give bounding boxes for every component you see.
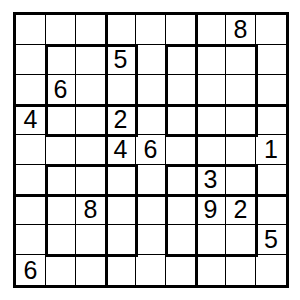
cell-r3c9[interactable]	[256, 75, 286, 105]
cell-r7c8: 2	[226, 195, 256, 225]
cell-r8c4[interactable]	[106, 225, 136, 255]
cell-r7c1[interactable]	[16, 195, 46, 225]
cell-r2c6[interactable]	[166, 45, 196, 75]
cell-r2c5[interactable]	[136, 45, 166, 75]
cell-r6c2[interactable]	[46, 165, 76, 195]
cell-r9c3[interactable]	[76, 255, 106, 285]
cell-r3c6[interactable]	[166, 75, 196, 105]
cell-r5c4: 4	[106, 135, 136, 165]
cell-r6c9[interactable]	[256, 165, 286, 195]
cell-r5c5: 6	[136, 135, 166, 165]
cell-r5c1[interactable]	[16, 135, 46, 165]
cell-r2c7[interactable]	[196, 45, 226, 75]
sudoku-board: 85642461389256	[13, 12, 289, 288]
cell-r7c7: 9	[196, 195, 226, 225]
cell-r8c9: 5	[256, 225, 286, 255]
cell-r9c7[interactable]	[196, 255, 226, 285]
cell-r2c3[interactable]	[76, 45, 106, 75]
cell-r5c2[interactable]	[46, 135, 76, 165]
cell-r7c9[interactable]	[256, 195, 286, 225]
cell-r1c6[interactable]	[166, 15, 196, 45]
cell-r7c5[interactable]	[136, 195, 166, 225]
cell-r7c2[interactable]	[46, 195, 76, 225]
cell-r7c4[interactable]	[106, 195, 136, 225]
cell-r9c4[interactable]	[106, 255, 136, 285]
cell-r5c9: 1	[256, 135, 286, 165]
cell-r2c8[interactable]	[226, 45, 256, 75]
cell-r8c3[interactable]	[76, 225, 106, 255]
cell-r2c1[interactable]	[16, 45, 46, 75]
cell-r9c5[interactable]	[136, 255, 166, 285]
cell-r2c2[interactable]	[46, 45, 76, 75]
page: 85642461389256	[0, 0, 300, 300]
cell-r3c4[interactable]	[106, 75, 136, 105]
cell-r4c2[interactable]	[46, 105, 76, 135]
cell-r3c5[interactable]	[136, 75, 166, 105]
cell-r8c2[interactable]	[46, 225, 76, 255]
cell-r3c1[interactable]	[16, 75, 46, 105]
cell-r6c6[interactable]	[166, 165, 196, 195]
cell-r4c3[interactable]	[76, 105, 106, 135]
cell-r6c1[interactable]	[16, 165, 46, 195]
cell-r5c8[interactable]	[226, 135, 256, 165]
cell-r6c8[interactable]	[226, 165, 256, 195]
cell-r4c7[interactable]	[196, 105, 226, 135]
cell-r7c3: 8	[76, 195, 106, 225]
cell-r2c9[interactable]	[256, 45, 286, 75]
cell-r6c3[interactable]	[76, 165, 106, 195]
cell-r8c6[interactable]	[166, 225, 196, 255]
cell-r4c1: 4	[16, 105, 46, 135]
cell-r4c8[interactable]	[226, 105, 256, 135]
cell-r9c8[interactable]	[226, 255, 256, 285]
cell-r8c1[interactable]	[16, 225, 46, 255]
cell-r7c6[interactable]	[166, 195, 196, 225]
cell-r1c8: 8	[226, 15, 256, 45]
cell-r6c4[interactable]	[106, 165, 136, 195]
cell-r1c5[interactable]	[136, 15, 166, 45]
cell-r1c4[interactable]	[106, 15, 136, 45]
cell-r8c5[interactable]	[136, 225, 166, 255]
cell-grid: 85642461389256	[16, 15, 286, 285]
cell-r1c1[interactable]	[16, 15, 46, 45]
cell-r3c7[interactable]	[196, 75, 226, 105]
cell-r1c3[interactable]	[76, 15, 106, 45]
cell-r5c6[interactable]	[166, 135, 196, 165]
cell-r4c5[interactable]	[136, 105, 166, 135]
cell-r9c6[interactable]	[166, 255, 196, 285]
cell-r3c8[interactable]	[226, 75, 256, 105]
cell-r2c4: 5	[106, 45, 136, 75]
cell-r6c5[interactable]	[136, 165, 166, 195]
cell-r4c6[interactable]	[166, 105, 196, 135]
cell-r4c9[interactable]	[256, 105, 286, 135]
cell-r9c1: 6	[16, 255, 46, 285]
cell-r4c4: 2	[106, 105, 136, 135]
cell-r8c8[interactable]	[226, 225, 256, 255]
cell-r9c9	[256, 255, 286, 285]
cell-r1c7[interactable]	[196, 15, 226, 45]
cell-r6c7: 3	[196, 165, 226, 195]
cell-r3c3[interactable]	[76, 75, 106, 105]
cell-r8c7[interactable]	[196, 225, 226, 255]
cell-r1c9[interactable]	[256, 15, 286, 45]
cell-r3c2: 6	[46, 75, 76, 105]
cell-r5c3[interactable]	[76, 135, 106, 165]
cell-r5c7[interactable]	[196, 135, 226, 165]
cell-r9c2[interactable]	[46, 255, 76, 285]
cell-r1c2[interactable]	[46, 15, 76, 45]
